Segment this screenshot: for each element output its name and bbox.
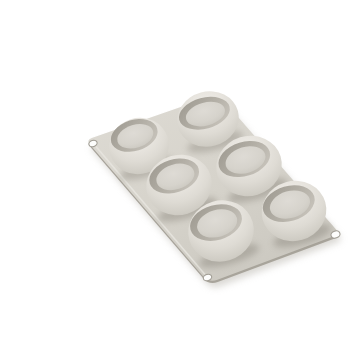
mold-illustration: [40, 16, 360, 360]
product-photo: [40, 16, 360, 360]
